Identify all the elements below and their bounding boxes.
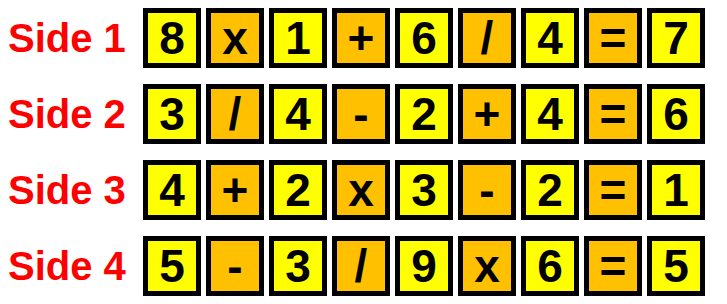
tile-r2c2[interactable]: / — [206, 84, 264, 144]
tile-r4c1[interactable]: 5 — [143, 236, 201, 296]
equation-puzzle-board: Side 1 8 x 1 + 6 / 4 = 7 Side 2 3 / 4 - … — [0, 0, 727, 304]
tile-r4c4[interactable]: / — [332, 236, 390, 296]
tile-r2c6[interactable]: + — [458, 84, 516, 144]
tile-r3c8[interactable]: = — [584, 160, 642, 220]
tile-r3c9[interactable]: 1 — [647, 160, 705, 220]
tile-r3c3[interactable]: 2 — [269, 160, 327, 220]
tile-r3c6[interactable]: - — [458, 160, 516, 220]
tile-r1c7[interactable]: 4 — [521, 8, 579, 68]
tile-r1c6[interactable]: / — [458, 8, 516, 68]
tile-r1c2[interactable]: x — [206, 8, 264, 68]
tile-r1c5[interactable]: 6 — [395, 8, 453, 68]
tile-r1c8[interactable]: = — [584, 8, 642, 68]
tile-r3c4[interactable]: x — [332, 160, 390, 220]
tile-r2c9[interactable]: 6 — [647, 84, 705, 144]
side-1-label: Side 1 — [0, 8, 143, 68]
tile-r3c2[interactable]: + — [206, 160, 264, 220]
equation-row-1: Side 1 8 x 1 + 6 / 4 = 7 — [0, 8, 727, 68]
equation-tiles-4: 5 - 3 / 9 x 6 = 5 — [143, 236, 705, 296]
tile-r4c8[interactable]: = — [584, 236, 642, 296]
tile-r1c9[interactable]: 7 — [647, 8, 705, 68]
tile-r2c1[interactable]: 3 — [143, 84, 201, 144]
tile-r2c8[interactable]: = — [584, 84, 642, 144]
equation-row-4: Side 4 5 - 3 / 9 x 6 = 5 — [0, 236, 727, 296]
equation-row-3: Side 3 4 + 2 x 3 - 2 = 1 — [0, 160, 727, 220]
tile-r1c1[interactable]: 8 — [143, 8, 201, 68]
side-3-label: Side 3 — [0, 160, 143, 220]
tile-r2c4[interactable]: - — [332, 84, 390, 144]
side-2-label: Side 2 — [0, 84, 143, 144]
tile-r4c2[interactable]: - — [206, 236, 264, 296]
tile-r3c1[interactable]: 4 — [143, 160, 201, 220]
equation-tiles-1: 8 x 1 + 6 / 4 = 7 — [143, 8, 705, 68]
tile-r4c7[interactable]: 6 — [521, 236, 579, 296]
tile-r3c7[interactable]: 2 — [521, 160, 579, 220]
tile-r2c3[interactable]: 4 — [269, 84, 327, 144]
tile-r2c5[interactable]: 2 — [395, 84, 453, 144]
side-4-label: Side 4 — [0, 236, 143, 296]
tile-r4c9[interactable]: 5 — [647, 236, 705, 296]
equation-tiles-3: 4 + 2 x 3 - 2 = 1 — [143, 160, 705, 220]
tile-r3c5[interactable]: 3 — [395, 160, 453, 220]
tile-r4c3[interactable]: 3 — [269, 236, 327, 296]
tile-r2c7[interactable]: 4 — [521, 84, 579, 144]
tile-r4c6[interactable]: x — [458, 236, 516, 296]
equation-tiles-2: 3 / 4 - 2 + 4 = 6 — [143, 84, 705, 144]
tile-r1c4[interactable]: + — [332, 8, 390, 68]
tile-r1c3[interactable]: 1 — [269, 8, 327, 68]
equation-row-2: Side 2 3 / 4 - 2 + 4 = 6 — [0, 84, 727, 144]
tile-r4c5[interactable]: 9 — [395, 236, 453, 296]
